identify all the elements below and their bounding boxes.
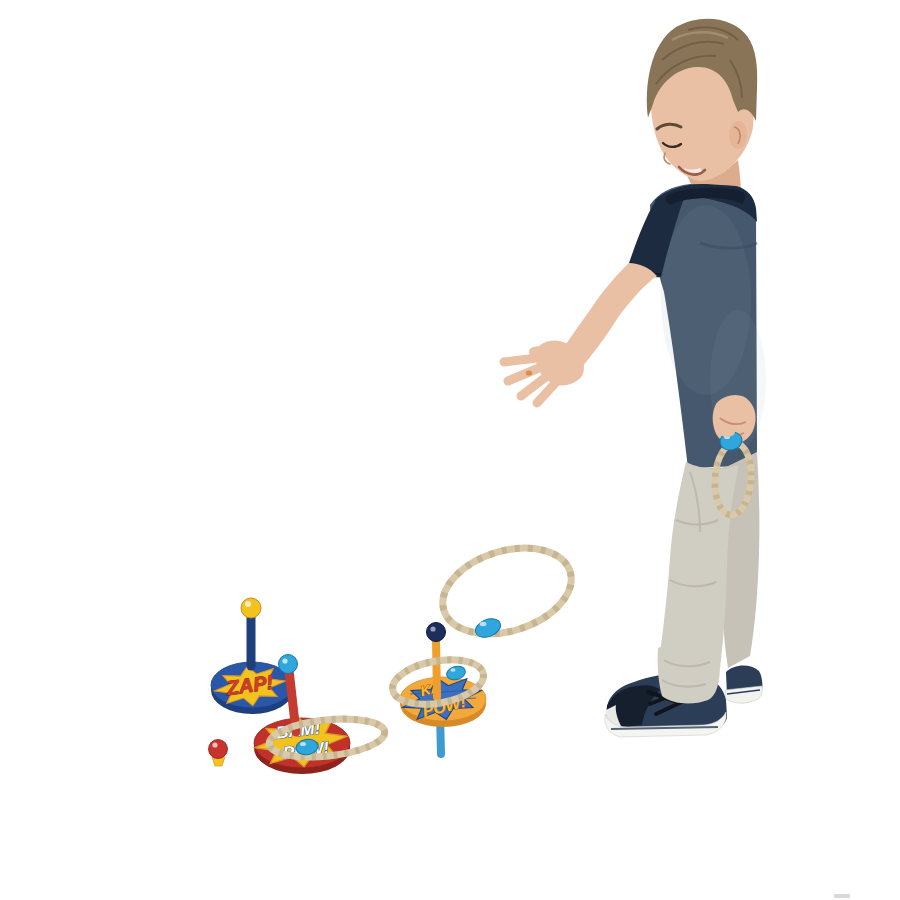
thumb-over-bead — [719, 427, 735, 437]
kapow-topper-highlight — [430, 626, 435, 631]
front-pant-cuff — [658, 642, 720, 703]
zap-base: ZAP! — [211, 598, 293, 714]
boy-ear — [729, 121, 747, 149]
bam-peg-topper — [279, 655, 298, 674]
bam-ring-bead-highlight — [300, 742, 306, 746]
zap-peg-topper — [241, 598, 261, 618]
red-ball-highlight — [212, 742, 217, 747]
product-photo: ZAP! BAM! POW! KA POW! — [0, 0, 900, 900]
bam-topper-highlight — [282, 658, 287, 663]
airborne-rope-ring — [432, 533, 582, 648]
kapow-ring-bead-highlight — [450, 668, 455, 672]
finger-ring — [526, 370, 532, 375]
zap-topper-highlight — [245, 601, 251, 607]
kapow-peg-upper — [436, 640, 437, 697]
spare-red-ball — [209, 740, 228, 767]
watermark-remnant — [834, 894, 850, 898]
kapow-peg-topper — [427, 623, 446, 642]
ka-pow-base: KA POW! — [389, 623, 487, 755]
boy — [504, 19, 766, 737]
airborne-ring-bead-highlight — [480, 622, 487, 626]
red-ball — [209, 740, 228, 759]
